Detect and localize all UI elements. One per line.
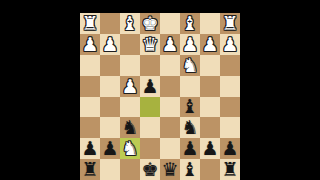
- square-f3[interactable]: [120, 55, 140, 76]
- square-b7[interactable]: ♟: [200, 138, 220, 159]
- piece-black-n-c6[interactable]: ♞: [181, 118, 198, 137]
- square-g3[interactable]: [100, 55, 120, 76]
- square-c5[interactable]: ♝: [180, 97, 200, 118]
- square-e8[interactable]: ♚: [140, 159, 160, 180]
- square-b6[interactable]: [200, 117, 220, 138]
- square-b2[interactable]: ♟: [200, 34, 220, 55]
- square-e1[interactable]: ♚: [140, 13, 160, 34]
- piece-white-r-h1[interactable]: ♜: [81, 13, 98, 32]
- square-a8[interactable]: ♜: [220, 159, 240, 180]
- square-f5[interactable]: [120, 97, 140, 118]
- square-f4[interactable]: ♟: [120, 76, 140, 97]
- piece-white-n-f7[interactable]: ♞: [121, 139, 138, 158]
- square-f8[interactable]: [120, 159, 140, 180]
- square-d1[interactable]: [160, 13, 180, 34]
- piece-white-p-b2[interactable]: ♟: [201, 34, 218, 53]
- square-c7[interactable]: ♟: [180, 138, 200, 159]
- piece-black-p-b7[interactable]: ♟: [201, 139, 218, 158]
- square-g8[interactable]: [100, 159, 120, 180]
- piece-white-p-h2[interactable]: ♟: [81, 34, 98, 53]
- square-f2[interactable]: [120, 34, 140, 55]
- square-g2[interactable]: ♟: [100, 34, 120, 55]
- square-c6[interactable]: ♞: [180, 117, 200, 138]
- piece-white-p-d2[interactable]: ♟: [161, 34, 178, 53]
- square-h5[interactable]: [80, 97, 100, 118]
- square-d8[interactable]: ♛: [160, 159, 180, 180]
- square-g4[interactable]: [100, 76, 120, 97]
- square-f7[interactable]: ♞: [120, 138, 140, 159]
- square-a7[interactable]: ♟: [220, 138, 240, 159]
- piece-black-p-g7[interactable]: ♟: [101, 139, 118, 158]
- square-a6[interactable]: [220, 117, 240, 138]
- square-e6[interactable]: [140, 117, 160, 138]
- square-a3[interactable]: [220, 55, 240, 76]
- square-b5[interactable]: [200, 97, 220, 118]
- square-c3[interactable]: ♞: [180, 55, 200, 76]
- square-c8[interactable]: ♝: [180, 159, 200, 180]
- square-d2[interactable]: ♟: [160, 34, 180, 55]
- letterbox-stage: ♜♝♚♝♜♟♟♛♟♟♟♟♞♟♟♝♞♞♟♟♞♟♟♟♜♚♛♝♜: [0, 0, 320, 180]
- piece-white-n-c3[interactable]: ♞: [181, 55, 198, 74]
- square-h1[interactable]: ♜: [80, 13, 100, 34]
- square-e4[interactable]: ♟: [140, 76, 160, 97]
- square-g5[interactable]: [100, 97, 120, 118]
- square-d3[interactable]: [160, 55, 180, 76]
- square-f6[interactable]: ♞: [120, 117, 140, 138]
- piece-white-b-c1[interactable]: ♝: [181, 13, 198, 32]
- square-f1[interactable]: ♝: [120, 13, 140, 34]
- piece-black-p-e4[interactable]: ♟: [141, 76, 158, 95]
- piece-black-b-c5[interactable]: ♝: [181, 97, 198, 116]
- piece-black-p-c7[interactable]: ♟: [181, 139, 198, 158]
- square-a4[interactable]: [220, 76, 240, 97]
- piece-black-r-h8[interactable]: ♜: [81, 160, 98, 179]
- square-d4[interactable]: [160, 76, 180, 97]
- square-d7[interactable]: [160, 138, 180, 159]
- piece-black-k-e8[interactable]: ♚: [141, 160, 158, 179]
- piece-black-p-a7[interactable]: ♟: [221, 139, 238, 158]
- square-e2[interactable]: ♛: [140, 34, 160, 55]
- piece-black-q-d8[interactable]: ♛: [161, 160, 178, 179]
- piece-white-k-e1[interactable]: ♚: [141, 13, 158, 32]
- square-b1[interactable]: [200, 13, 220, 34]
- piece-black-p-h7[interactable]: ♟: [81, 139, 98, 158]
- piece-white-b-f1[interactable]: ♝: [121, 13, 138, 32]
- piece-white-p-f4[interactable]: ♟: [121, 76, 138, 95]
- square-a2[interactable]: ♟: [220, 34, 240, 55]
- square-b4[interactable]: [200, 76, 220, 97]
- square-e5[interactable]: [140, 97, 160, 118]
- square-c1[interactable]: ♝: [180, 13, 200, 34]
- square-e7[interactable]: [140, 138, 160, 159]
- square-g1[interactable]: [100, 13, 120, 34]
- square-c4[interactable]: [180, 76, 200, 97]
- piece-white-p-a2[interactable]: ♟: [221, 34, 238, 53]
- square-g6[interactable]: [100, 117, 120, 138]
- piece-white-p-g2[interactable]: ♟: [101, 34, 118, 53]
- square-a1[interactable]: ♜: [220, 13, 240, 34]
- piece-white-p-c2[interactable]: ♟: [181, 34, 198, 53]
- square-a5[interactable]: [220, 97, 240, 118]
- square-g7[interactable]: ♟: [100, 138, 120, 159]
- square-h8[interactable]: ♜: [80, 159, 100, 180]
- square-h3[interactable]: [80, 55, 100, 76]
- square-c2[interactable]: ♟: [180, 34, 200, 55]
- piece-white-q-e2[interactable]: ♛: [141, 34, 158, 53]
- square-b3[interactable]: [200, 55, 220, 76]
- square-h7[interactable]: ♟: [80, 138, 100, 159]
- piece-white-r-a1[interactable]: ♜: [221, 13, 238, 32]
- square-d5[interactable]: [160, 97, 180, 118]
- square-b8[interactable]: [200, 159, 220, 180]
- piece-black-r-a8[interactable]: ♜: [221, 160, 238, 179]
- square-d6[interactable]: [160, 117, 180, 138]
- piece-black-n-f6[interactable]: ♞: [121, 118, 138, 137]
- square-h4[interactable]: [80, 76, 100, 97]
- square-h6[interactable]: [80, 117, 100, 138]
- square-h2[interactable]: ♟: [80, 34, 100, 55]
- square-e3[interactable]: [140, 55, 160, 76]
- chess-board[interactable]: ♜♝♚♝♜♟♟♛♟♟♟♟♞♟♟♝♞♞♟♟♞♟♟♟♜♚♛♝♜: [80, 13, 240, 180]
- piece-black-b-c8[interactable]: ♝: [181, 160, 198, 179]
